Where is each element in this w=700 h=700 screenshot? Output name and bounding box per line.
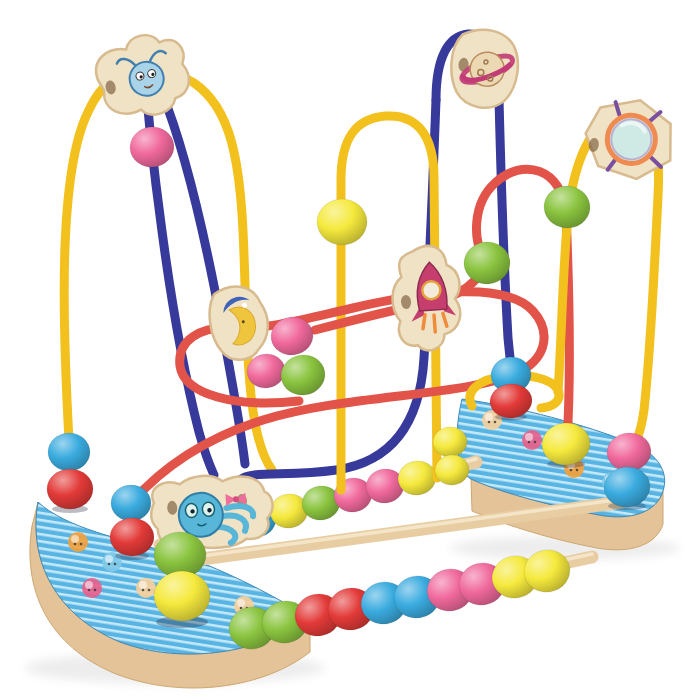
base-decal-icon bbox=[68, 532, 88, 552]
base-decal-icon bbox=[82, 578, 102, 598]
base-decal-eye-icon bbox=[570, 469, 573, 472]
tile-beetle bbox=[90, 28, 195, 125]
bead-maze-toy-photo bbox=[0, 0, 700, 700]
base-decal-eye-icon bbox=[80, 543, 83, 546]
base-decal-icon bbox=[136, 578, 156, 598]
base-decal-eye-icon bbox=[74, 543, 77, 546]
base-decal-eye-icon bbox=[142, 589, 145, 592]
base-decal-highlight bbox=[139, 581, 147, 589]
bead-yellow-on-yellow-hairpin bbox=[317, 199, 367, 245]
base-decal-eye-icon bbox=[108, 563, 111, 566]
base-decal-eye-icon bbox=[534, 441, 537, 444]
wire-yellow-left-arc bbox=[64, 75, 142, 440]
rocket-window-icon bbox=[422, 281, 441, 300]
toy-scene bbox=[0, 0, 700, 700]
bead-blue-anchor2-top bbox=[111, 485, 151, 521]
base-decal-highlight bbox=[525, 433, 533, 441]
base-decal-icon bbox=[522, 430, 542, 450]
base-decal-eye-icon bbox=[114, 563, 117, 566]
bead-yellow-octopus-stack-bottom bbox=[154, 571, 210, 621]
tile-mirror bbox=[579, 92, 679, 184]
base-decal-highlight bbox=[485, 413, 493, 421]
bead-blue-anchor1-top bbox=[48, 433, 90, 471]
bead-red-anchor2-bottom bbox=[110, 518, 154, 556]
bead-green-on-red-wire-high bbox=[542, 184, 591, 230]
tile-rocket bbox=[389, 244, 464, 353]
base-decal-eye-icon bbox=[148, 589, 151, 592]
base-decal-highlight bbox=[105, 555, 113, 563]
base-decal-eye-icon bbox=[488, 421, 491, 424]
tile-planet bbox=[447, 27, 521, 111]
base-decal-eye-icon bbox=[576, 469, 579, 472]
base-decal-highlight bbox=[71, 535, 79, 543]
base-decal-eye-icon bbox=[528, 441, 531, 444]
wire-blue-arch-right-leg bbox=[499, 99, 512, 374]
base-decal-eye-icon bbox=[88, 589, 91, 592]
tile-moon bbox=[205, 282, 274, 364]
bead-pink-on-blue-hairpin bbox=[128, 125, 175, 169]
base-decal-eye-icon bbox=[494, 421, 497, 424]
base-decal-highlight bbox=[237, 599, 245, 607]
bead-green-below-moon-tile-2 bbox=[278, 352, 327, 398]
base-decal-eye-icon bbox=[94, 589, 97, 592]
base-decal-highlight bbox=[85, 581, 93, 589]
bead-red-anchor1-bottom bbox=[47, 469, 93, 509]
